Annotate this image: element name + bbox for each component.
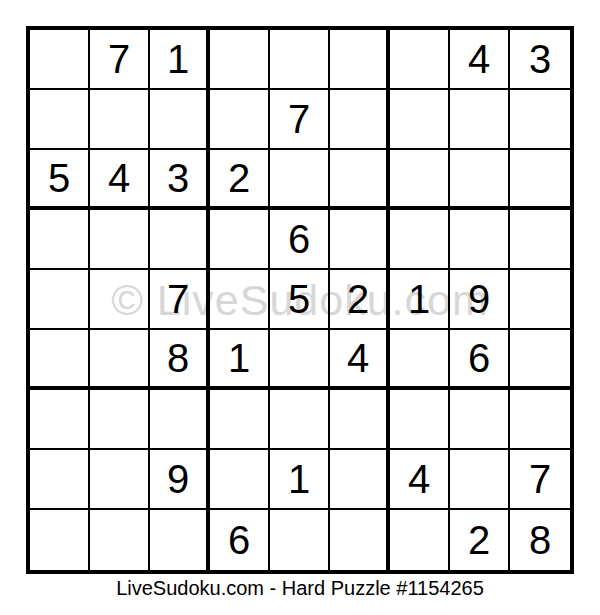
cell-r9c1[interactable] — [30, 510, 90, 570]
cell-r6c1[interactable] — [30, 330, 90, 390]
cell-r6c8[interactable]: 6 — [450, 330, 510, 390]
cell-r5c5[interactable]: 5 — [270, 270, 330, 330]
cell-r2c2[interactable] — [90, 90, 150, 150]
cell-r2c1[interactable] — [30, 90, 90, 150]
cell-r5c9[interactable] — [510, 270, 570, 330]
cell-r3c8[interactable] — [450, 150, 510, 210]
cell-r4c1[interactable] — [30, 210, 90, 270]
cell-r7c5[interactable] — [270, 390, 330, 450]
cell-r7c2[interactable] — [90, 390, 150, 450]
cell-r4c2[interactable] — [90, 210, 150, 270]
sudoku-board: © LiveSudoku.com 71437543267521981469147… — [26, 26, 574, 574]
cell-r6c2[interactable] — [90, 330, 150, 390]
cell-r8c8[interactable] — [450, 450, 510, 510]
cell-r3c5[interactable] — [270, 150, 330, 210]
cell-r9c9[interactable]: 8 — [510, 510, 570, 570]
cell-r3c1[interactable]: 5 — [30, 150, 90, 210]
cell-r1c2[interactable]: 7 — [90, 30, 150, 90]
cell-r6c7[interactable] — [390, 330, 450, 390]
cell-r1c6[interactable] — [330, 30, 390, 90]
cell-r9c7[interactable] — [390, 510, 450, 570]
cell-r5c3[interactable]: 7 — [150, 270, 210, 330]
cell-r9c5[interactable] — [270, 510, 330, 570]
cell-r8c1[interactable] — [30, 450, 90, 510]
cell-r4c7[interactable] — [390, 210, 450, 270]
cell-r9c8[interactable]: 2 — [450, 510, 510, 570]
cell-r6c6[interactable]: 4 — [330, 330, 390, 390]
cell-r7c1[interactable] — [30, 390, 90, 450]
cell-r1c1[interactable] — [30, 30, 90, 90]
cell-r4c3[interactable] — [150, 210, 210, 270]
cell-r5c2[interactable] — [90, 270, 150, 330]
cell-r3c6[interactable] — [330, 150, 390, 210]
cell-r7c6[interactable] — [330, 390, 390, 450]
cell-r9c6[interactable] — [330, 510, 390, 570]
cell-r7c4[interactable] — [210, 390, 270, 450]
page: © LiveSudoku.com 71437543267521981469147… — [0, 0, 600, 615]
cell-r9c2[interactable] — [90, 510, 150, 570]
cell-r8c2[interactable] — [90, 450, 150, 510]
cell-r6c5[interactable] — [270, 330, 330, 390]
cell-r1c5[interactable] — [270, 30, 330, 90]
cell-r8c3[interactable]: 9 — [150, 450, 210, 510]
cell-r2c9[interactable] — [510, 90, 570, 150]
cell-r7c8[interactable] — [450, 390, 510, 450]
cell-r2c4[interactable] — [210, 90, 270, 150]
cell-r5c8[interactable]: 9 — [450, 270, 510, 330]
cell-r1c8[interactable]: 4 — [450, 30, 510, 90]
cell-r9c3[interactable] — [150, 510, 210, 570]
cell-r4c9[interactable] — [510, 210, 570, 270]
cell-r4c4[interactable] — [210, 210, 270, 270]
cell-r1c9[interactable]: 3 — [510, 30, 570, 90]
cell-r7c9[interactable] — [510, 390, 570, 450]
cell-r3c9[interactable] — [510, 150, 570, 210]
cell-r7c7[interactable] — [390, 390, 450, 450]
cell-r4c6[interactable] — [330, 210, 390, 270]
cell-r3c7[interactable] — [390, 150, 450, 210]
cell-r8c7[interactable]: 4 — [390, 450, 450, 510]
cell-r8c9[interactable]: 7 — [510, 450, 570, 510]
cell-r5c1[interactable] — [30, 270, 90, 330]
cell-r4c8[interactable] — [450, 210, 510, 270]
cell-r8c4[interactable] — [210, 450, 270, 510]
cell-r1c4[interactable] — [210, 30, 270, 90]
cell-r2c7[interactable] — [390, 90, 450, 150]
cell-r8c5[interactable]: 1 — [270, 450, 330, 510]
cell-r5c6[interactable]: 2 — [330, 270, 390, 330]
cell-r5c4[interactable] — [210, 270, 270, 330]
cell-r1c7[interactable] — [390, 30, 450, 90]
cell-r3c2[interactable]: 4 — [90, 150, 150, 210]
cell-r2c8[interactable] — [450, 90, 510, 150]
caption: LiveSudoku.com - Hard Puzzle #1154265 — [0, 577, 600, 600]
cell-r8c6[interactable] — [330, 450, 390, 510]
cell-r3c3[interactable]: 3 — [150, 150, 210, 210]
sudoku-grid: 71437543267521981469147628 — [26, 26, 574, 574]
cell-r7c3[interactable] — [150, 390, 210, 450]
cell-r2c6[interactable] — [330, 90, 390, 150]
cell-r1c3[interactable]: 1 — [150, 30, 210, 90]
cell-r2c5[interactable]: 7 — [270, 90, 330, 150]
cell-r5c7[interactable]: 1 — [390, 270, 450, 330]
cell-r6c4[interactable]: 1 — [210, 330, 270, 390]
cell-r4c5[interactable]: 6 — [270, 210, 330, 270]
cell-r6c9[interactable] — [510, 330, 570, 390]
cell-r2c3[interactable] — [150, 90, 210, 150]
cell-r6c3[interactable]: 8 — [150, 330, 210, 390]
cell-r9c4[interactable]: 6 — [210, 510, 270, 570]
cell-r3c4[interactable]: 2 — [210, 150, 270, 210]
